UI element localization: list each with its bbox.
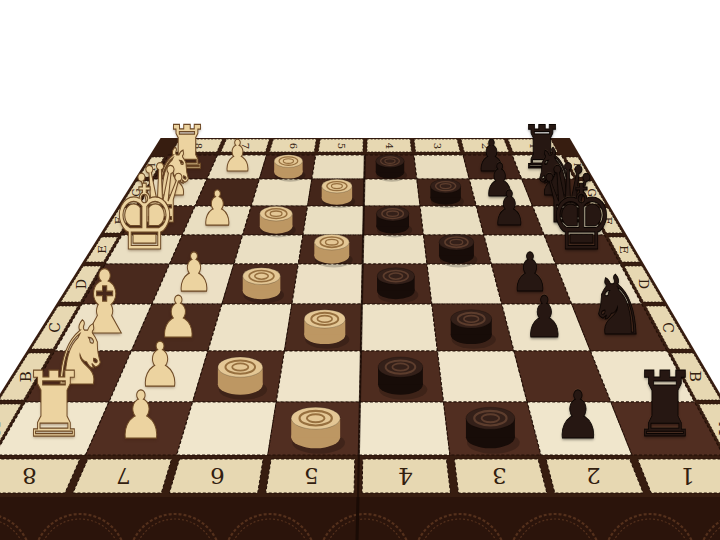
piece-bN-c1[interactable]: ♞: [575, 265, 660, 347]
board-photo: 8877665544332211HHGGFFEEDDCCBBAA ♜♟♟♜♞♟♞…: [0, 0, 720, 540]
pieces-layer: ♜♟♟♜♞♟♞♛♟♟♛♚♚♟♟♝♟♟♞♞♟♜♟♟♜: [0, 0, 720, 540]
piece-wP-h7[interactable]: ♟: [215, 134, 260, 178]
piece-bR-a1[interactable]: ♜: [618, 360, 712, 451]
piece-wP-f7[interactable]: ♟: [193, 184, 243, 232]
piece-bP-c2[interactable]: ♟: [515, 289, 575, 346]
piece-wR-a8[interactable]: ♜: [7, 360, 101, 451]
piece-wP-a7[interactable]: ♟: [107, 383, 176, 449]
piece-bP-a2[interactable]: ♟: [543, 383, 612, 449]
